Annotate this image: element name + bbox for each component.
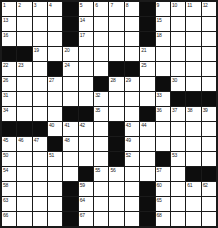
crossword-cell[interactable] (79, 77, 93, 91)
crossword-cell[interactable] (156, 122, 170, 136)
clue-number: 39 (203, 107, 208, 113)
blocked-cell (109, 152, 123, 166)
crossword-cell[interactable] (171, 212, 185, 226)
crossword-cell[interactable]: 53 (171, 152, 185, 166)
clue-number: 23 (18, 62, 23, 68)
clue-number: 36 (157, 107, 162, 113)
clue-number: 42 (80, 122, 85, 128)
clue-number: 29 (126, 77, 131, 83)
blocked-cell (171, 92, 185, 106)
blocked-cell (140, 107, 154, 121)
clue-number: 27 (49, 77, 54, 83)
clue-number: 9 (157, 2, 159, 8)
blocked-cell (140, 212, 154, 226)
clue-number: 19 (34, 47, 39, 53)
crossword-cell[interactable] (33, 212, 47, 226)
crossword-cell[interactable] (171, 137, 185, 151)
crossword-cell[interactable] (202, 17, 216, 31)
crossword-cell[interactable] (125, 212, 139, 226)
crossword-cell[interactable]: 2 (17, 2, 31, 16)
clue-number: 44 (141, 122, 146, 128)
blocked-cell (63, 197, 77, 211)
crossword-cell[interactable] (202, 197, 216, 211)
crossword-puzzle: 1234567891011121314151617181920212223242… (0, 0, 218, 228)
crossword-cell[interactable] (17, 32, 31, 46)
clue-number: 56 (110, 167, 115, 173)
blocked-cell (79, 107, 93, 121)
crossword-cell[interactable] (17, 17, 31, 31)
crossword-cell[interactable]: 18 (156, 32, 170, 46)
clue-number: 48 (64, 137, 69, 143)
clue-number: 13 (3, 17, 8, 23)
clue-number: 28 (110, 77, 115, 83)
crossword-cell[interactable] (156, 47, 170, 61)
clue-number: 6 (95, 2, 97, 8)
clue-number: 53 (172, 152, 177, 158)
crossword-cell[interactable] (202, 137, 216, 151)
clue-number: 58 (3, 182, 8, 188)
clue-number: 34 (3, 107, 8, 113)
crossword-cell[interactable]: 12 (202, 2, 216, 16)
crossword-cell[interactable] (33, 167, 47, 181)
crossword-cell[interactable] (202, 77, 216, 91)
crossword-cell[interactable]: 67 (79, 212, 93, 226)
clue-number: 50 (3, 152, 8, 158)
crossword-cell[interactable] (94, 197, 108, 211)
crossword-cell[interactable]: 36 (156, 107, 170, 121)
crossword-cell[interactable] (33, 17, 47, 31)
crossword-cell[interactable]: 66 (2, 212, 16, 226)
crossword-cell[interactable]: 11 (186, 2, 200, 16)
blocked-cell (2, 122, 16, 136)
clue-number: 67 (80, 212, 85, 218)
crossword-cell[interactable] (186, 152, 200, 166)
clue-number: 21 (141, 47, 146, 53)
clue-number: 45 (3, 137, 8, 143)
blocked-cell (186, 167, 200, 181)
blocked-cell (63, 32, 77, 46)
crossword-cell[interactable] (17, 182, 31, 196)
crossword-cell[interactable] (202, 212, 216, 226)
crossword-cell[interactable]: 58 (2, 182, 16, 196)
crossword-cell[interactable] (186, 122, 200, 136)
crossword-cell[interactable]: 13 (2, 17, 16, 31)
crossword-cell[interactable] (109, 47, 123, 61)
crossword-cell[interactable]: 20 (63, 47, 77, 61)
clue-number: 43 (126, 122, 131, 128)
crossword-cell[interactable]: 54 (2, 167, 16, 181)
crossword-cell[interactable] (125, 182, 139, 196)
clue-number: 59 (80, 182, 85, 188)
clue-number: 65 (157, 197, 162, 203)
crossword-cell[interactable] (94, 152, 108, 166)
crossword-cell[interactable]: 61 (186, 182, 200, 196)
blocked-cell (156, 152, 170, 166)
clue-number: 33 (157, 92, 162, 98)
crossword-cell[interactable]: 22 (2, 62, 16, 76)
clue-number: 62 (203, 182, 208, 188)
crossword-cell[interactable]: 23 (17, 62, 31, 76)
crossword-cell[interactable]: 4 (48, 2, 62, 16)
blocked-cell (202, 92, 216, 106)
crossword-cell[interactable] (94, 212, 108, 226)
crossword-cell[interactable] (48, 17, 62, 31)
blocked-cell (140, 182, 154, 196)
crossword-cell[interactable] (63, 77, 77, 91)
clue-number: 11 (187, 2, 192, 8)
crossword-cell[interactable] (33, 152, 47, 166)
crossword-cell[interactable] (171, 32, 185, 46)
crossword-cell[interactable]: 57 (156, 167, 170, 181)
clue-number: 4 (49, 2, 51, 8)
crossword-cell[interactable] (202, 122, 216, 136)
crossword-cell[interactable]: 7 (109, 2, 123, 16)
crossword-cell[interactable] (109, 197, 123, 211)
crossword-cell[interactable] (63, 152, 77, 166)
clue-number: 18 (157, 32, 162, 38)
crossword-cell[interactable] (186, 212, 200, 226)
crossword-cell[interactable] (186, 47, 200, 61)
crossword-cell[interactable]: 25 (140, 62, 154, 76)
clue-number: 31 (3, 92, 8, 98)
crossword-cell[interactable]: 21 (140, 47, 154, 61)
crossword-cell[interactable] (48, 167, 62, 181)
crossword-cell[interactable]: 24 (63, 62, 77, 76)
clue-number: 32 (95, 92, 100, 98)
crossword-cell[interactable]: 15 (156, 17, 170, 31)
crossword-cell[interactable] (109, 212, 123, 226)
crossword-cell[interactable] (33, 182, 47, 196)
crossword-cell[interactable]: 9 (156, 2, 170, 16)
crossword-cell[interactable] (94, 62, 108, 76)
crossword-cell[interactable] (140, 137, 154, 151)
crossword-cell[interactable] (79, 47, 93, 61)
crossword-cell[interactable]: 44 (140, 122, 154, 136)
crossword-cell[interactable]: 42 (79, 122, 93, 136)
blocked-cell (79, 167, 93, 181)
clue-number: 46 (18, 137, 23, 143)
clue-number: 35 (95, 107, 100, 113)
blocked-cell (186, 92, 200, 106)
clue-number: 17 (80, 32, 85, 38)
crossword-cell[interactable]: 56 (109, 167, 123, 181)
blocked-cell (48, 62, 62, 76)
crossword-cell[interactable] (63, 92, 77, 106)
crossword-grid: 1234567891011121314151617181920212223242… (0, 0, 218, 228)
clue-number: 26 (3, 77, 8, 83)
blocked-cell (109, 122, 123, 136)
crossword-cell[interactable]: 30 (171, 77, 185, 91)
blocked-cell (17, 47, 31, 61)
clue-number: 7 (110, 2, 112, 8)
crossword-cell[interactable] (48, 212, 62, 226)
crossword-cell[interactable] (33, 62, 47, 76)
crossword-cell[interactable] (109, 182, 123, 196)
crossword-cell[interactable] (186, 77, 200, 91)
clue-number: 30 (172, 77, 177, 83)
crossword-cell[interactable] (186, 62, 200, 76)
crossword-cell[interactable] (171, 17, 185, 31)
crossword-cell[interactable]: 47 (33, 137, 47, 151)
clue-number: 8 (126, 2, 128, 8)
crossword-cell[interactable] (48, 32, 62, 46)
crossword-cell[interactable] (33, 77, 47, 91)
crossword-cell[interactable] (140, 152, 154, 166)
crossword-cell[interactable] (202, 62, 216, 76)
crossword-cell[interactable] (94, 182, 108, 196)
crossword-cell[interactable]: 29 (125, 77, 139, 91)
blocked-cell (2, 47, 16, 61)
blocked-cell (140, 2, 154, 16)
crossword-cell[interactable] (94, 47, 108, 61)
crossword-cell[interactable]: 52 (125, 152, 139, 166)
blocked-cell (140, 17, 154, 31)
clue-number: 52 (126, 152, 131, 158)
crossword-cell[interactable] (109, 17, 123, 31)
clue-number: 24 (64, 62, 69, 68)
crossword-cell[interactable]: 55 (94, 167, 108, 181)
crossword-cell[interactable] (94, 17, 108, 31)
crossword-cell[interactable]: 39 (202, 107, 216, 121)
blocked-cell (63, 2, 77, 16)
clue-number: 14 (80, 17, 85, 23)
clue-number: 2 (18, 2, 20, 8)
clue-number: 15 (157, 17, 162, 23)
crossword-cell[interactable] (17, 107, 31, 121)
crossword-cell[interactable]: 5 (79, 2, 93, 16)
blocked-cell (63, 212, 77, 226)
crossword-cell[interactable] (156, 62, 170, 76)
crossword-cell[interactable]: 64 (79, 197, 93, 211)
crossword-cell[interactable] (17, 212, 31, 226)
crossword-cell[interactable] (79, 137, 93, 151)
crossword-cell[interactable]: 59 (79, 182, 93, 196)
crossword-cell[interactable]: 45 (2, 137, 16, 151)
crossword-cell[interactable] (109, 32, 123, 46)
clue-number: 37 (172, 107, 177, 113)
crossword-cell[interactable] (171, 197, 185, 211)
crossword-cell[interactable] (48, 92, 62, 106)
clue-number: 61 (187, 182, 192, 188)
crossword-cell[interactable] (17, 77, 31, 91)
crossword-cell[interactable]: 28 (109, 77, 123, 91)
blocked-cell (140, 197, 154, 211)
crossword-cell[interactable] (48, 107, 62, 121)
crossword-cell[interactable]: 33 (156, 92, 170, 106)
crossword-cell[interactable]: 50 (2, 152, 16, 166)
crossword-cell[interactable]: 62 (202, 182, 216, 196)
crossword-cell[interactable] (17, 92, 31, 106)
crossword-cell[interactable] (202, 32, 216, 46)
clue-number: 16 (3, 32, 8, 38)
crossword-cell[interactable] (186, 137, 200, 151)
crossword-cell[interactable] (171, 167, 185, 181)
clue-number: 64 (80, 197, 85, 203)
crossword-cell[interactable]: 43 (125, 122, 139, 136)
crossword-cell[interactable]: 65 (156, 197, 170, 211)
blocked-cell (125, 62, 139, 76)
crossword-cell[interactable]: 14 (79, 17, 93, 31)
crossword-cell[interactable] (186, 17, 200, 31)
crossword-cell[interactable] (33, 92, 47, 106)
crossword-cell[interactable] (171, 122, 185, 136)
crossword-cell[interactable]: 49 (125, 137, 139, 151)
clue-number: 63 (3, 197, 8, 203)
crossword-cell[interactable]: 63 (2, 197, 16, 211)
blocked-cell (63, 107, 77, 121)
crossword-cell[interactable] (33, 107, 47, 121)
blocked-cell (109, 137, 123, 151)
crossword-cell[interactable]: 68 (156, 212, 170, 226)
clue-number: 38 (187, 107, 192, 113)
crossword-cell[interactable] (171, 182, 185, 196)
crossword-cell[interactable] (17, 197, 31, 211)
clue-number: 60 (157, 182, 162, 188)
crossword-cell[interactable] (109, 92, 123, 106)
crossword-cell[interactable]: 31 (2, 92, 16, 106)
blocked-cell (202, 167, 216, 181)
clue-number: 57 (157, 167, 162, 173)
crossword-cell[interactable] (140, 77, 154, 91)
clue-number: 41 (64, 122, 69, 128)
crossword-cell[interactable] (202, 152, 216, 166)
crossword-cell[interactable]: 27 (48, 77, 62, 91)
blocked-cell (17, 122, 31, 136)
crossword-cell[interactable] (17, 167, 31, 181)
clue-number: 3 (34, 2, 36, 8)
crossword-cell[interactable] (33, 32, 47, 46)
crossword-cell[interactable] (33, 197, 47, 211)
crossword-cell[interactable] (48, 197, 62, 211)
crossword-cell[interactable] (140, 167, 154, 181)
clue-number: 51 (49, 152, 54, 158)
blocked-cell (156, 77, 170, 91)
clue-number: 40 (49, 122, 54, 128)
crossword-cell[interactable] (125, 107, 139, 121)
clue-number: 1 (3, 2, 5, 8)
crossword-cell[interactable] (140, 92, 154, 106)
crossword-cell[interactable]: 6 (94, 2, 108, 16)
crossword-cell[interactable] (171, 62, 185, 76)
crossword-cell[interactable]: 60 (156, 182, 170, 196)
crossword-cell[interactable]: 34 (2, 107, 16, 121)
crossword-cell[interactable] (79, 92, 93, 106)
crossword-cell[interactable]: 48 (63, 137, 77, 151)
crossword-cell[interactable]: 46 (17, 137, 31, 151)
crossword-cell[interactable] (48, 182, 62, 196)
crossword-cell[interactable] (125, 197, 139, 211)
crossword-cell[interactable] (125, 92, 139, 106)
crossword-cell[interactable]: 8 (125, 2, 139, 16)
clue-number: 25 (141, 62, 146, 68)
crossword-cell[interactable]: 3 (33, 2, 47, 16)
crossword-cell[interactable]: 38 (186, 107, 200, 121)
clue-number: 49 (126, 137, 131, 143)
crossword-cell[interactable] (48, 47, 62, 61)
clue-number: 5 (80, 2, 82, 8)
clue-number: 54 (3, 167, 8, 173)
clue-number: 55 (95, 167, 100, 173)
blocked-cell (33, 122, 47, 136)
crossword-cell[interactable]: 37 (171, 107, 185, 121)
blocked-cell (140, 32, 154, 46)
clue-number: 68 (157, 212, 162, 218)
crossword-cell[interactable]: 51 (48, 152, 62, 166)
clue-number: 10 (172, 2, 177, 8)
blocked-cell (63, 182, 77, 196)
crossword-cell[interactable]: 32 (94, 92, 108, 106)
crossword-cell[interactable]: 26 (2, 77, 16, 91)
crossword-cell[interactable] (202, 47, 216, 61)
crossword-cell[interactable]: 17 (79, 32, 93, 46)
crossword-cell[interactable] (125, 47, 139, 61)
crossword-cell[interactable] (79, 62, 93, 76)
crossword-cell[interactable] (156, 137, 170, 151)
clue-number: 20 (64, 47, 69, 53)
crossword-cell[interactable] (125, 17, 139, 31)
crossword-cell[interactable] (125, 167, 139, 181)
crossword-cell[interactable]: 1 (2, 2, 16, 16)
crossword-cell[interactable]: 10 (171, 2, 185, 16)
blocked-cell (109, 62, 123, 76)
crossword-cell[interactable] (171, 47, 185, 61)
crossword-cell[interactable] (94, 122, 108, 136)
blocked-cell (63, 17, 77, 31)
clue-number: 22 (3, 62, 8, 68)
crossword-cell[interactable] (125, 32, 139, 46)
blocked-cell (48, 137, 62, 151)
crossword-cell[interactable] (79, 152, 93, 166)
crossword-cell[interactable] (17, 152, 31, 166)
crossword-cell[interactable] (186, 32, 200, 46)
crossword-cell[interactable] (94, 32, 108, 46)
crossword-cell[interactable]: 35 (94, 107, 108, 121)
blocked-cell (94, 77, 108, 91)
crossword-cell[interactable] (186, 197, 200, 211)
crossword-cell[interactable]: 19 (33, 47, 47, 61)
crossword-cell[interactable] (94, 137, 108, 151)
clue-number: 47 (34, 137, 39, 143)
clue-number: 12 (203, 2, 208, 8)
crossword-cell[interactable] (109, 107, 123, 121)
crossword-cell[interactable]: 41 (63, 122, 77, 136)
crossword-cell[interactable]: 40 (48, 122, 62, 136)
crossword-cell[interactable] (63, 167, 77, 181)
crossword-cell[interactable]: 16 (2, 32, 16, 46)
clue-number: 66 (3, 212, 8, 218)
